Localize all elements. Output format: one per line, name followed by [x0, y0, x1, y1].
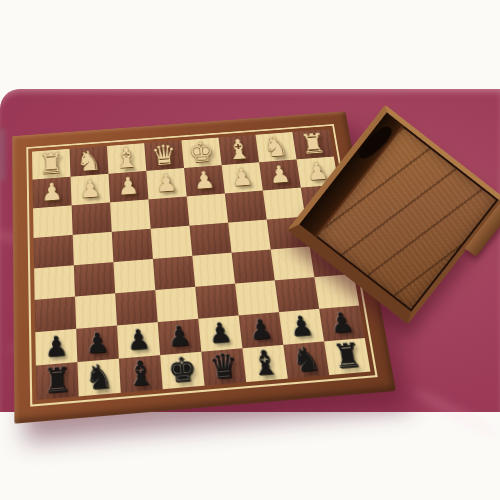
board-inlay-line: ♜♞♝♛♚♝♞♜♟♟♟♟♟♟♟♟♟♟♟♟♟♟♟♟♜♞♝♚♛♝♞♜ [26, 124, 377, 407]
square-r5c7 [271, 246, 315, 280]
square-r8c3: ♝ [119, 355, 163, 393]
white-pawn: ♟ [79, 173, 102, 207]
square-r8c1: ♜ [36, 362, 79, 400]
square-r3c2 [72, 202, 112, 235]
square-r5c3 [113, 259, 155, 293]
square-r8c4: ♚ [160, 352, 204, 390]
square-r4c6 [228, 220, 271, 253]
black-rook: ♜ [330, 337, 364, 377]
square-r1c1: ♜ [32, 149, 71, 180]
square-r5c4 [153, 256, 195, 290]
square-r8c7: ♞ [283, 341, 329, 378]
square-r8c6: ♝ [242, 345, 287, 382]
board-grid: ♜♞♝♛♚♝♞♜♟♟♟♟♟♟♟♟♟♟♟♟♟♟♟♟♜♞♝♚♛♝♞♜ [32, 129, 370, 400]
square-r1c3: ♝ [107, 143, 146, 174]
square-r6c6 [235, 280, 279, 315]
black-bishop: ♝ [126, 354, 157, 395]
square-r8c2: ♞ [77, 359, 120, 397]
square-r6c2 [75, 293, 117, 329]
white-pawn: ♟ [192, 164, 217, 197]
square-r4c1 [34, 235, 74, 269]
square-r5c1 [34, 265, 75, 300]
square-r3c4 [148, 196, 189, 228]
square-r2c5: ♟ [184, 165, 225, 196]
square-r4c3 [112, 229, 153, 262]
square-r1c8: ♜ [292, 129, 333, 159]
square-r5c6 [232, 250, 275, 284]
square-r3c3 [110, 199, 151, 231]
square-r6c1 [35, 297, 77, 333]
black-bishop: ♝ [249, 343, 281, 383]
square-r6c7 [275, 277, 319, 312]
square-r2c4: ♟ [146, 168, 186, 199]
white-pawn: ♟ [230, 161, 255, 194]
square-r2c3: ♟ [108, 171, 148, 202]
square-r2c2: ♟ [71, 174, 111, 206]
square-r1c7: ♞ [255, 132, 296, 162]
black-knight: ♞ [290, 340, 323, 380]
square-r1c6: ♝ [218, 135, 259, 165]
square-r6c3 [115, 290, 157, 325]
square-r8c5: ♛ [201, 348, 246, 385]
square-r1c5: ♚ [181, 138, 221, 168]
white-pawn: ♟ [154, 167, 178, 201]
black-rook: ♜ [43, 361, 72, 402]
photo-scene: ♜♞♝♛♚♝♞♜♟♟♟♟♟♟♟♟♟♟♟♟♟♟♟♟♜♞♝♚♛♝♞♜ [0, 0, 500, 500]
square-r8c8: ♜ [324, 338, 370, 375]
white-pawn: ♟ [117, 170, 140, 204]
cloth-wrinkle [411, 385, 500, 440]
square-r6c5 [195, 284, 238, 319]
black-knight: ♞ [84, 357, 114, 398]
black-king: ♚ [167, 350, 198, 390]
square-r2c7: ♟ [259, 159, 301, 190]
square-r5c5 [192, 253, 235, 287]
square-r6c4 [155, 287, 198, 322]
square-r4c5 [189, 223, 231, 256]
square-r3c1 [33, 205, 73, 238]
square-r3c6 [225, 191, 267, 223]
square-r5c2 [74, 262, 115, 296]
square-r4c4 [151, 226, 193, 259]
black-queen: ♛ [208, 347, 240, 387]
square-r3c5 [187, 193, 228, 225]
square-r2c6: ♟ [222, 162, 263, 193]
square-r4c2 [73, 232, 114, 265]
table-edge-shadow [0, 129, 5, 181]
white-pawn: ♟ [41, 176, 63, 210]
white-pawn: ♟ [267, 158, 293, 191]
square-r1c4: ♛ [144, 140, 184, 171]
square-r1c2: ♞ [70, 146, 109, 177]
square-r2c1: ♟ [33, 177, 72, 209]
